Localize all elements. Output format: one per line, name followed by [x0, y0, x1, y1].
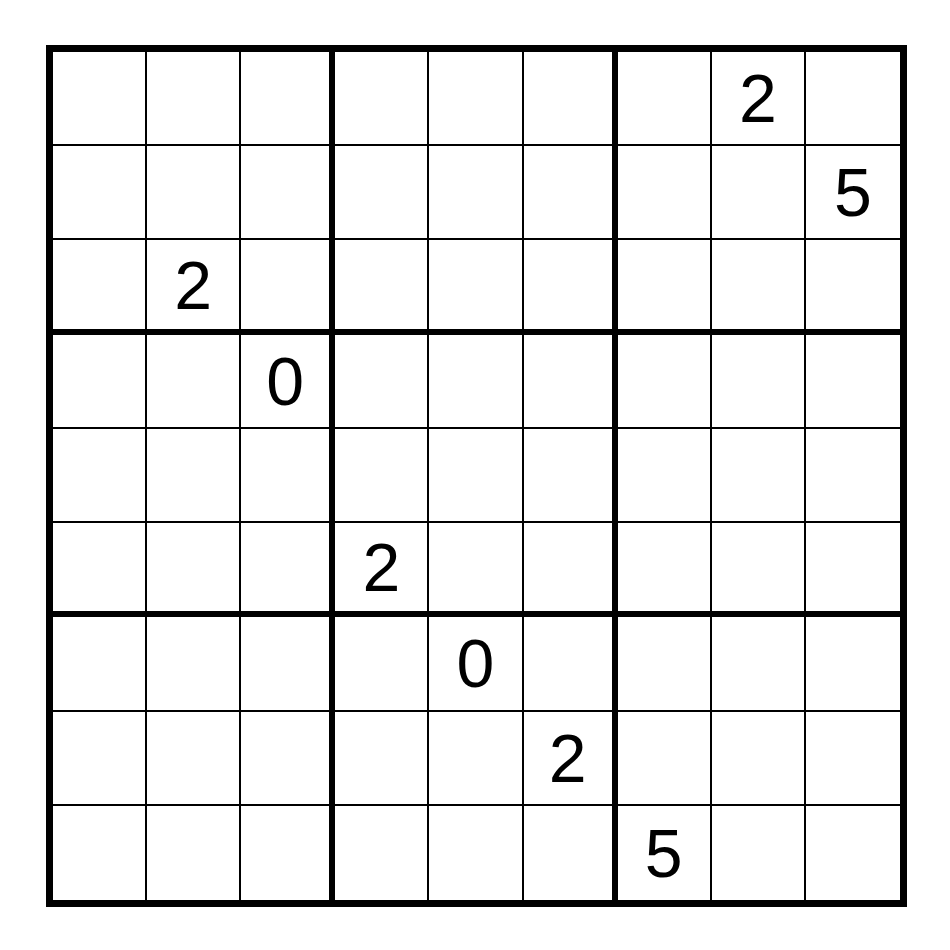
cell-r2c8[interactable]: [712, 146, 806, 240]
cell-r1c4[interactable]: [335, 52, 429, 146]
cell-r8c6[interactable]: 2: [524, 712, 618, 806]
cell-r3c8[interactable]: [712, 240, 806, 334]
cell-r3c5[interactable]: [429, 240, 523, 334]
cell-r4c7[interactable]: [618, 335, 712, 429]
given-digit: 0: [457, 629, 495, 697]
cell-r1c5[interactable]: [429, 52, 523, 146]
cell-r6c4[interactable]: 2: [335, 523, 429, 617]
cell-r8c4[interactable]: [335, 712, 429, 806]
cell-r9c1[interactable]: [53, 806, 147, 900]
cell-r7c2[interactable]: [147, 617, 241, 711]
cell-r5c1[interactable]: [53, 429, 147, 523]
cell-r7c3[interactable]: [241, 617, 335, 711]
page-background: 25202025: [0, 0, 950, 950]
cell-r2c7[interactable]: [618, 146, 712, 240]
cell-r5c6[interactable]: [524, 429, 618, 523]
cell-r6c8[interactable]: [712, 523, 806, 617]
cell-r9c5[interactable]: [429, 806, 523, 900]
cell-r5c5[interactable]: [429, 429, 523, 523]
given-digit: 5: [834, 158, 872, 226]
cell-r5c9[interactable]: [806, 429, 900, 523]
cell-r7c1[interactable]: [53, 617, 147, 711]
cell-r2c5[interactable]: [429, 146, 523, 240]
cell-r7c8[interactable]: [712, 617, 806, 711]
given-digit: 2: [362, 533, 400, 601]
cell-r6c2[interactable]: [147, 523, 241, 617]
cell-r7c9[interactable]: [806, 617, 900, 711]
cell-r1c3[interactable]: [241, 52, 335, 146]
cell-r4c3[interactable]: 0: [241, 335, 335, 429]
cell-r3c9[interactable]: [806, 240, 900, 334]
cell-r4c2[interactable]: [147, 335, 241, 429]
given-digit: 2: [549, 724, 587, 792]
cell-r9c4[interactable]: [335, 806, 429, 900]
cell-r7c7[interactable]: [618, 617, 712, 711]
given-digit: 2: [739, 64, 777, 132]
cell-r2c1[interactable]: [53, 146, 147, 240]
cell-r3c2[interactable]: 2: [147, 240, 241, 334]
cell-r6c7[interactable]: [618, 523, 712, 617]
cell-r4c1[interactable]: [53, 335, 147, 429]
cell-r5c4[interactable]: [335, 429, 429, 523]
cell-r8c9[interactable]: [806, 712, 900, 806]
cell-r7c5[interactable]: 0: [429, 617, 523, 711]
cell-r4c5[interactable]: [429, 335, 523, 429]
cell-r9c6[interactable]: [524, 806, 618, 900]
cell-r6c3[interactable]: [241, 523, 335, 617]
cell-r3c4[interactable]: [335, 240, 429, 334]
cell-r9c3[interactable]: [241, 806, 335, 900]
cell-r5c7[interactable]: [618, 429, 712, 523]
cell-r4c8[interactable]: [712, 335, 806, 429]
cell-r9c7[interactable]: 5: [618, 806, 712, 900]
cell-r3c1[interactable]: [53, 240, 147, 334]
cell-r2c3[interactable]: [241, 146, 335, 240]
cell-r5c3[interactable]: [241, 429, 335, 523]
cell-r8c2[interactable]: [147, 712, 241, 806]
cell-r8c3[interactable]: [241, 712, 335, 806]
cell-r1c9[interactable]: [806, 52, 900, 146]
cell-r4c4[interactable]: [335, 335, 429, 429]
cell-r2c4[interactable]: [335, 146, 429, 240]
cell-r6c1[interactable]: [53, 523, 147, 617]
cell-r2c9[interactable]: 5: [806, 146, 900, 240]
cell-r3c7[interactable]: [618, 240, 712, 334]
cell-r7c4[interactable]: [335, 617, 429, 711]
cell-r4c9[interactable]: [806, 335, 900, 429]
cell-r9c9[interactable]: [806, 806, 900, 900]
cell-r1c2[interactable]: [147, 52, 241, 146]
cell-r3c6[interactable]: [524, 240, 618, 334]
given-digit: 2: [174, 251, 212, 319]
cell-r8c1[interactable]: [53, 712, 147, 806]
cell-r1c8[interactable]: 2: [712, 52, 806, 146]
cell-r6c5[interactable]: [429, 523, 523, 617]
cell-r2c6[interactable]: [524, 146, 618, 240]
cell-r8c8[interactable]: [712, 712, 806, 806]
cell-r6c9[interactable]: [806, 523, 900, 617]
cell-r9c2[interactable]: [147, 806, 241, 900]
cell-r5c2[interactable]: [147, 429, 241, 523]
cell-r5c8[interactable]: [712, 429, 806, 523]
given-digit: 5: [645, 819, 683, 887]
cell-r8c5[interactable]: [429, 712, 523, 806]
cell-r9c8[interactable]: [712, 806, 806, 900]
cell-r8c7[interactable]: [618, 712, 712, 806]
cell-r4c6[interactable]: [524, 335, 618, 429]
cell-r1c1[interactable]: [53, 52, 147, 146]
cell-r1c6[interactable]: [524, 52, 618, 146]
cell-r1c7[interactable]: [618, 52, 712, 146]
cell-r3c3[interactable]: [241, 240, 335, 334]
cell-r2c2[interactable]: [147, 146, 241, 240]
sudoku-board: 25202025: [46, 45, 907, 907]
given-digit: 0: [266, 347, 304, 415]
cell-r6c6[interactable]: [524, 523, 618, 617]
cell-r7c6[interactable]: [524, 617, 618, 711]
